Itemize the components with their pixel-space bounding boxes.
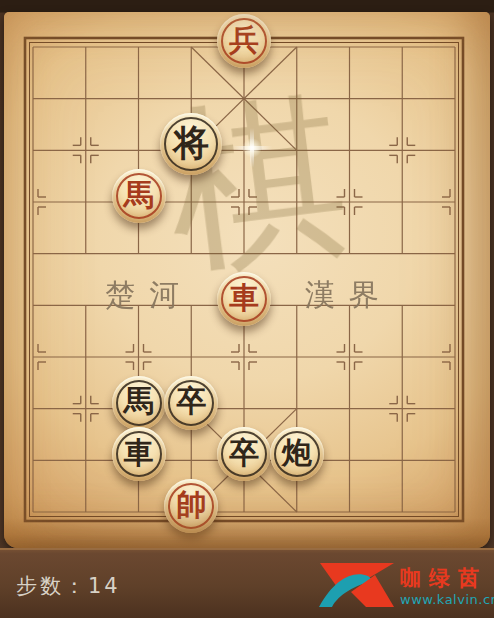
piece-glyph: 兵 [229,20,259,61]
piece-black-炮-8[interactable]: 炮 [270,427,324,481]
move-counter-value: 14 [88,574,121,598]
logo-k-icon [318,562,398,608]
move-counter: 步数：14 [16,572,121,600]
river-label-chu-he: 楚河 [105,277,193,313]
move-counter-label: 步数： [16,574,88,598]
site-logo: 咖绿茵 www.kalvin.cn [318,558,488,616]
piece-red-馬-2[interactable]: 馬 [112,169,166,223]
piece-glyph: 車 [229,278,259,319]
piece-black-卒-5[interactable]: 卒 [164,376,218,430]
piece-glyph: 帥 [176,485,206,526]
piece-glyph: 将 [173,119,209,168]
logo-url-text: www.kalvin.cn [400,592,494,607]
piece-glyph: 馬 [124,175,154,216]
logo-brand-text: 咖绿茵 [400,564,487,592]
piece-black-車-6[interactable]: 車 [112,427,166,481]
game-screen: 棋 楚河 漢界 兵将馬車馬卒車卒炮帥 步数：14 咖绿茵 www.kalvin.… [0,0,494,618]
piece-red-帥-9[interactable]: 帥 [164,479,218,533]
piece-glyph: 車 [124,433,154,474]
xiangqi-board[interactable]: 棋 楚河 漢界 兵将馬車馬卒車卒炮帥 [4,12,490,548]
piece-glyph: 卒 [229,433,259,474]
piece-red-兵-0[interactable]: 兵 [217,14,271,68]
piece-glyph: 炮 [282,433,312,474]
piece-glyph: 卒 [176,381,206,422]
status-bar: 步数：14 咖绿茵 www.kalvin.cn [0,548,494,618]
piece-red-車-3[interactable]: 車 [217,272,271,326]
piece-glyph: 馬 [124,381,154,422]
piece-black-馬-4[interactable]: 馬 [112,376,166,430]
river-label-han-jie: 漢界 [305,277,393,313]
piece-black-卒-7[interactable]: 卒 [217,427,271,481]
